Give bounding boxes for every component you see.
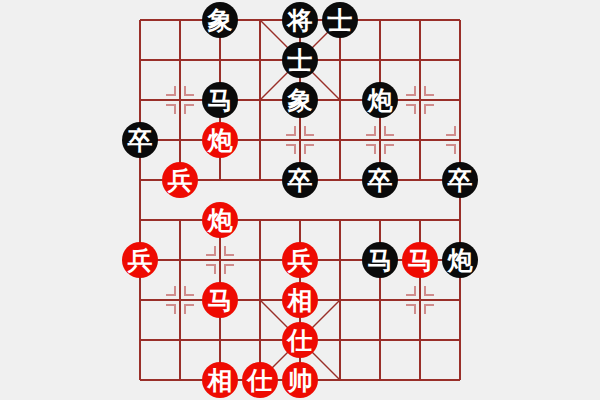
piece-black-general[interactable]: 将 bbox=[282, 2, 318, 38]
piece-red-elephant[interactable]: 相 bbox=[282, 282, 318, 318]
piece-black-soldier[interactable]: 卒 bbox=[282, 162, 318, 198]
piece-black-cannon[interactable]: 炮 bbox=[442, 242, 478, 278]
piece-black-soldier[interactable]: 卒 bbox=[362, 162, 398, 198]
piece-black-advisor[interactable]: 士 bbox=[282, 42, 318, 78]
piece-black-advisor[interactable]: 士 bbox=[322, 2, 358, 38]
piece-red-cannon[interactable]: 炮 bbox=[202, 202, 238, 238]
piece-red-elephant[interactable]: 相 bbox=[202, 362, 238, 398]
piece-red-horse[interactable]: 马 bbox=[202, 282, 238, 318]
piece-red-cannon[interactable]: 炮 bbox=[202, 122, 238, 158]
piece-red-horse[interactable]: 马 bbox=[402, 242, 438, 278]
piece-red-advisor[interactable]: 仕 bbox=[282, 322, 318, 358]
piece-black-elephant[interactable]: 象 bbox=[282, 82, 318, 118]
piece-grid: 象将士士马象炮卒炮兵卒卒卒炮兵兵马马炮马相仕相仕帅 bbox=[120, 0, 480, 400]
piece-red-soldier[interactable]: 兵 bbox=[282, 242, 318, 278]
piece-red-soldier[interactable]: 兵 bbox=[162, 162, 198, 198]
piece-black-soldier[interactable]: 卒 bbox=[122, 122, 158, 158]
piece-black-cannon[interactable]: 炮 bbox=[362, 82, 398, 118]
piece-black-horse[interactable]: 马 bbox=[362, 242, 398, 278]
piece-red-soldier[interactable]: 兵 bbox=[122, 242, 158, 278]
xiangqi-board: 象将士士马象炮卒炮兵卒卒卒炮兵兵马马炮马相仕相仕帅 bbox=[0, 0, 600, 400]
piece-black-soldier[interactable]: 卒 bbox=[442, 162, 478, 198]
piece-black-elephant[interactable]: 象 bbox=[202, 2, 238, 38]
piece-red-general[interactable]: 帅 bbox=[282, 362, 318, 398]
piece-black-horse[interactable]: 马 bbox=[202, 82, 238, 118]
piece-red-advisor[interactable]: 仕 bbox=[242, 362, 278, 398]
